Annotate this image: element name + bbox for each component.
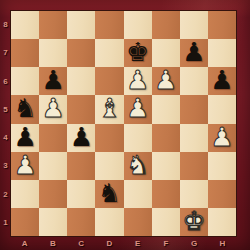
rank-label-7: 7 [1,39,10,67]
file-label-g: G [180,238,208,249]
square-f5[interactable] [152,95,180,123]
square-g6[interactable] [180,67,208,95]
square-e7[interactable]: ♚ [124,39,152,67]
square-a7[interactable] [11,39,39,67]
file-label-f: F [152,238,180,249]
square-c7[interactable] [67,39,95,67]
square-a3[interactable]: ♟ [11,152,39,180]
rank-label-8: 8 [1,11,10,39]
square-c5[interactable] [67,95,95,123]
square-d2[interactable]: ♞ [95,180,123,208]
black-pawn-g7[interactable]: ♟ [182,38,205,66]
square-c2[interactable] [67,180,95,208]
square-d1[interactable] [95,208,123,236]
white-pawn-e5[interactable]: ♟ [126,94,149,122]
square-a6[interactable] [11,67,39,95]
square-a2[interactable] [11,180,39,208]
square-b2[interactable] [39,180,67,208]
white-pawn-a3[interactable]: ♟ [13,151,36,179]
square-g1[interactable]: ♚ [180,208,208,236]
rank-label-1: 1 [1,208,10,236]
chess-board: ♚♟♟♟♟♟♞♟♝♟♟♟♟♟♞♞♚ [10,10,237,237]
square-h3[interactable] [208,152,236,180]
square-b6[interactable]: ♟ [39,67,67,95]
black-pawn-a4[interactable]: ♟ [13,123,36,151]
file-label-h: H [208,238,236,249]
rank-label-2: 2 [1,180,10,208]
square-e1[interactable] [124,208,152,236]
rank-label-6: 6 [1,67,10,95]
black-knight-d2[interactable]: ♞ [98,179,121,207]
square-b4[interactable] [39,124,67,152]
square-c6[interactable] [67,67,95,95]
white-knight-e3[interactable]: ♞ [126,151,149,179]
square-f7[interactable] [152,39,180,67]
square-d6[interactable] [95,67,123,95]
white-pawn-h4[interactable]: ♟ [210,123,233,151]
square-d3[interactable] [95,152,123,180]
black-pawn-b6[interactable]: ♟ [42,66,65,94]
square-a8[interactable] [11,11,39,39]
black-king-e7[interactable]: ♚ [126,38,149,66]
file-label-c: C [67,238,95,249]
file-label-e: E [124,238,152,249]
square-c8[interactable] [67,11,95,39]
square-f2[interactable] [152,180,180,208]
square-e3[interactable]: ♞ [124,152,152,180]
square-b7[interactable] [39,39,67,67]
square-g5[interactable] [180,95,208,123]
square-f8[interactable] [152,11,180,39]
file-label-b: B [39,238,67,249]
square-e4[interactable] [124,124,152,152]
chess-board-screenshot: ♚♟♟♟♟♟♞♟♝♟♟♟♟♟♞♞♚ 87654321 ABCDEFGH [0,0,250,250]
black-knight-a5[interactable]: ♞ [13,94,36,122]
square-e6[interactable]: ♟ [124,67,152,95]
square-e8[interactable] [124,11,152,39]
square-a4[interactable]: ♟ [11,124,39,152]
square-h7[interactable] [208,39,236,67]
white-pawn-b5[interactable]: ♟ [42,94,65,122]
square-h6[interactable]: ♟ [208,67,236,95]
rank-label-4: 4 [1,124,10,152]
square-g2[interactable] [180,180,208,208]
square-d7[interactable] [95,39,123,67]
square-e2[interactable] [124,180,152,208]
square-g7[interactable]: ♟ [180,39,208,67]
square-a1[interactable] [11,208,39,236]
square-b8[interactable] [39,11,67,39]
rank-label-5: 5 [1,95,10,123]
white-bishop-d5[interactable]: ♝ [98,94,121,122]
square-b3[interactable] [39,152,67,180]
square-f3[interactable] [152,152,180,180]
square-d8[interactable] [95,11,123,39]
square-h1[interactable] [208,208,236,236]
square-c4[interactable]: ♟ [67,124,95,152]
square-d5[interactable]: ♝ [95,95,123,123]
square-e5[interactable]: ♟ [124,95,152,123]
square-h4[interactable]: ♟ [208,124,236,152]
square-g4[interactable] [180,124,208,152]
square-c1[interactable] [67,208,95,236]
square-h5[interactable] [208,95,236,123]
square-f6[interactable]: ♟ [152,67,180,95]
black-pawn-c4[interactable]: ♟ [70,123,93,151]
rank-label-3: 3 [1,152,10,180]
square-c3[interactable] [67,152,95,180]
file-label-a: A [11,238,39,249]
white-king-g1[interactable]: ♚ [182,207,205,235]
square-b1[interactable] [39,208,67,236]
square-g8[interactable] [180,11,208,39]
file-label-d: D [95,238,123,249]
square-b5[interactable]: ♟ [39,95,67,123]
square-h2[interactable] [208,180,236,208]
square-h8[interactable] [208,11,236,39]
square-g3[interactable] [180,152,208,180]
square-f4[interactable] [152,124,180,152]
square-f1[interactable] [152,208,180,236]
white-pawn-e6[interactable]: ♟ [126,66,149,94]
black-pawn-h6[interactable]: ♟ [210,66,233,94]
white-pawn-f6[interactable]: ♟ [154,66,177,94]
square-d4[interactable] [95,124,123,152]
square-a5[interactable]: ♞ [11,95,39,123]
